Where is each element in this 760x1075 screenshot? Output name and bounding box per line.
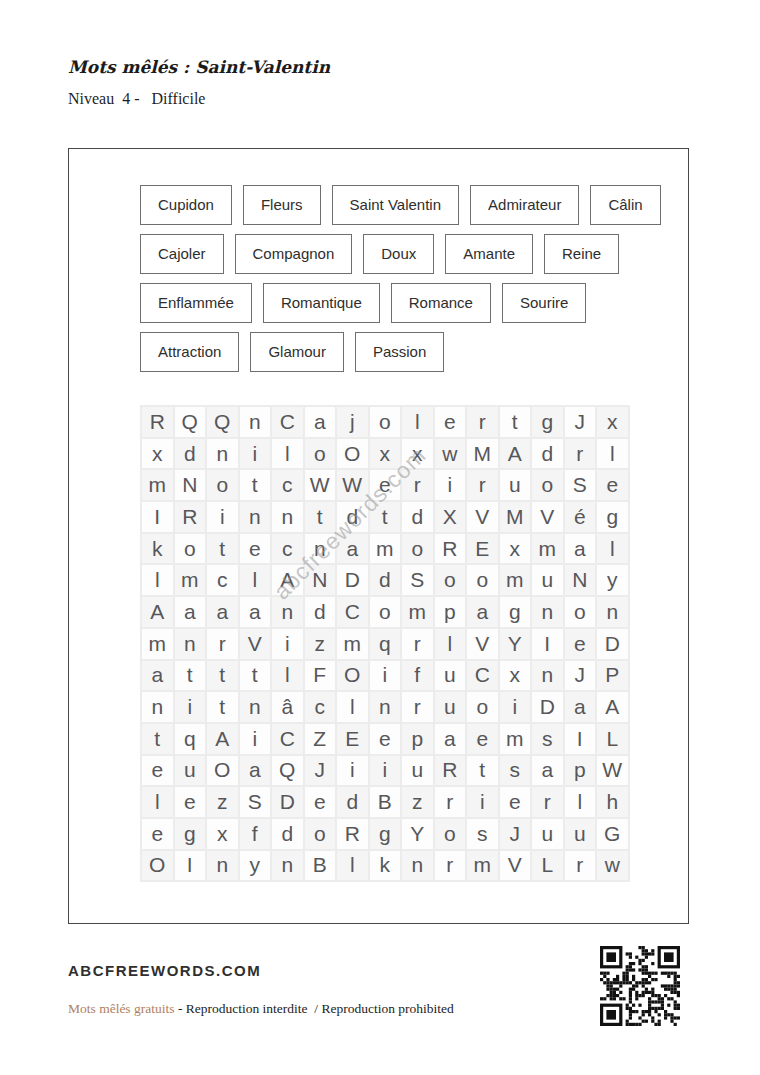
grid-cell: P bbox=[596, 660, 629, 692]
grid-cell: m bbox=[499, 723, 532, 755]
grid-cell: R bbox=[336, 818, 369, 850]
word-bank-row: CajolerCompagnonDouxAmanteReine bbox=[140, 234, 640, 274]
grid-cell: J bbox=[564, 660, 597, 692]
grid-cell: c bbox=[206, 564, 239, 596]
grid-cell: o bbox=[434, 818, 467, 850]
grid-cell: o bbox=[369, 596, 402, 628]
grid-cell: O bbox=[336, 438, 369, 470]
grid-cell: n bbox=[271, 501, 304, 533]
grid-cell: o bbox=[206, 469, 239, 501]
grid-cell: V bbox=[499, 850, 532, 882]
grid-cell: J bbox=[499, 818, 532, 850]
word-box: Cupidon bbox=[140, 185, 232, 225]
grid-cell: q bbox=[369, 628, 402, 660]
grid-cell: x bbox=[401, 438, 434, 470]
grid-cell: V bbox=[466, 628, 499, 660]
grid-cell: d bbox=[304, 596, 337, 628]
grid-cell: u bbox=[434, 691, 467, 723]
grid-cell: i bbox=[466, 786, 499, 818]
grid-cell: n bbox=[141, 691, 174, 723]
grid-cell: l bbox=[434, 628, 467, 660]
grid-cell: o bbox=[174, 533, 207, 565]
grid-cell: R bbox=[434, 755, 467, 787]
grid-cell: q bbox=[174, 723, 207, 755]
grid-cell: r bbox=[466, 469, 499, 501]
legal-line: Mots mêlés gratuits - Reproduction inter… bbox=[68, 1001, 454, 1017]
grid-cell: o bbox=[304, 438, 337, 470]
grid-cell: I bbox=[531, 628, 564, 660]
worksheet-page: Mots mêlés : Saint-Valentin Niveau 4 - D… bbox=[0, 0, 760, 1075]
grid-cell: G bbox=[596, 818, 629, 850]
grid-cell: O bbox=[336, 660, 369, 692]
grid-cell: o bbox=[304, 818, 337, 850]
word-box: Passion bbox=[355, 332, 444, 372]
grid-cell: y bbox=[239, 850, 272, 882]
grid-cell: d bbox=[174, 438, 207, 470]
grid-cell: D bbox=[336, 564, 369, 596]
grid-cell: A bbox=[271, 564, 304, 596]
grid-cell: s bbox=[466, 818, 499, 850]
grid-cell: F bbox=[304, 660, 337, 692]
grid-cell: m bbox=[141, 469, 174, 501]
grid-cell: D bbox=[271, 786, 304, 818]
grid-cell: n bbox=[369, 691, 402, 723]
grid-cell: r bbox=[434, 786, 467, 818]
grid-cell: m bbox=[466, 850, 499, 882]
grid-cell: t bbox=[304, 501, 337, 533]
grid-cell: L bbox=[531, 850, 564, 882]
grid-cell: a bbox=[564, 533, 597, 565]
grid-cell: n bbox=[271, 850, 304, 882]
grid-cell: l bbox=[336, 691, 369, 723]
grid-cell: e bbox=[141, 755, 174, 787]
grid-cell: W bbox=[596, 755, 629, 787]
grid-cell: a bbox=[531, 755, 564, 787]
word-bank-row: CupidonFleursSaint ValentinAdmirateurCâl… bbox=[140, 185, 640, 225]
grid-cell: o bbox=[369, 406, 402, 438]
grid-cell: f bbox=[401, 660, 434, 692]
grid-cell: a bbox=[206, 596, 239, 628]
grid-cell: a bbox=[239, 755, 272, 787]
puzzle-level: Niveau 4 - Difficile bbox=[68, 90, 205, 108]
grid-cell: l bbox=[239, 564, 272, 596]
grid-cell: x bbox=[141, 438, 174, 470]
grid-cell: z bbox=[401, 786, 434, 818]
grid-cell: l bbox=[141, 786, 174, 818]
grid-cell: n bbox=[239, 501, 272, 533]
grid-cell: s bbox=[499, 755, 532, 787]
grid-cell: p bbox=[564, 755, 597, 787]
grid-cell: n bbox=[206, 850, 239, 882]
word-box: Sourire bbox=[502, 283, 586, 323]
word-box: Cajoler bbox=[140, 234, 224, 274]
grid-cell: S bbox=[401, 564, 434, 596]
grid-cell: I bbox=[564, 723, 597, 755]
grid-cell: a bbox=[466, 596, 499, 628]
grid-cell: R bbox=[174, 501, 207, 533]
grid-cell: n bbox=[304, 533, 337, 565]
grid-cell: m bbox=[531, 533, 564, 565]
grid-cell: t bbox=[239, 660, 272, 692]
grid-cell: l bbox=[141, 564, 174, 596]
grid-cell: t bbox=[141, 723, 174, 755]
grid-cell: i bbox=[499, 691, 532, 723]
grid-cell: j bbox=[336, 406, 369, 438]
grid-cell: l bbox=[271, 438, 304, 470]
grid-cell: A bbox=[206, 723, 239, 755]
word-box: Attraction bbox=[140, 332, 239, 372]
grid-cell: I bbox=[141, 501, 174, 533]
grid-cell: V bbox=[531, 501, 564, 533]
grid-cell: x bbox=[499, 660, 532, 692]
grid-cell: n bbox=[271, 596, 304, 628]
grid-cell: y bbox=[596, 564, 629, 596]
grid-cell: â bbox=[271, 691, 304, 723]
grid-cell: s bbox=[531, 723, 564, 755]
grid-cell: g bbox=[174, 818, 207, 850]
puzzle-frame: CupidonFleursSaint ValentinAdmirateurCâl… bbox=[68, 148, 689, 924]
grid-cell: C bbox=[271, 723, 304, 755]
grid-cell: R bbox=[434, 533, 467, 565]
grid-cell: z bbox=[304, 628, 337, 660]
word-box: Romantique bbox=[263, 283, 380, 323]
grid-cell: t bbox=[499, 406, 532, 438]
grid-cell: i bbox=[206, 501, 239, 533]
word-search-grid: RQQnCajolertgJxxdniloOxxwMAdrlmNotcWWeri… bbox=[140, 405, 630, 882]
grid-cell: a bbox=[434, 723, 467, 755]
grid-cell: r bbox=[401, 628, 434, 660]
grid-cell: u bbox=[401, 755, 434, 787]
grid-cell: N bbox=[304, 564, 337, 596]
grid-cell: a bbox=[174, 596, 207, 628]
grid-cell: n bbox=[174, 628, 207, 660]
word-box: Romance bbox=[391, 283, 491, 323]
grid-cell: i bbox=[336, 755, 369, 787]
legal-accent-text: Mots mêlés gratuits bbox=[68, 1001, 175, 1016]
grid-cell: M bbox=[466, 438, 499, 470]
grid-cell: z bbox=[206, 786, 239, 818]
word-box: Fleurs bbox=[243, 185, 321, 225]
grid-cell: g bbox=[531, 406, 564, 438]
grid-cell: r bbox=[401, 469, 434, 501]
grid-cell: g bbox=[596, 501, 629, 533]
grid-cell: n bbox=[239, 691, 272, 723]
grid-cell: Q bbox=[206, 406, 239, 438]
grid-cell: N bbox=[174, 469, 207, 501]
grid-cell: i bbox=[271, 628, 304, 660]
grid-cell: l bbox=[401, 406, 434, 438]
grid-cell: Y bbox=[401, 818, 434, 850]
grid-cell: m bbox=[174, 564, 207, 596]
grid-cell: r bbox=[466, 406, 499, 438]
grid-cell: S bbox=[239, 786, 272, 818]
grid-cell: e bbox=[239, 533, 272, 565]
grid-cell: u bbox=[434, 660, 467, 692]
grid-cell: t bbox=[206, 533, 239, 565]
grid-cell: n bbox=[531, 660, 564, 692]
grid-cell: a bbox=[564, 691, 597, 723]
grid-cell: d bbox=[531, 438, 564, 470]
grid-cell: C bbox=[271, 406, 304, 438]
word-box: Amante bbox=[445, 234, 533, 274]
word-box: Câlin bbox=[590, 185, 660, 225]
grid-cell: c bbox=[304, 691, 337, 723]
grid-cell: u bbox=[531, 818, 564, 850]
grid-cell: e bbox=[369, 723, 402, 755]
grid-cell: o bbox=[466, 564, 499, 596]
grid-cell: i bbox=[239, 723, 272, 755]
word-box: Reine bbox=[544, 234, 619, 274]
qr-code bbox=[596, 942, 684, 1030]
grid-cell: A bbox=[499, 438, 532, 470]
grid-cell: t bbox=[174, 660, 207, 692]
grid-cell: i bbox=[174, 691, 207, 723]
grid-cell: n bbox=[531, 596, 564, 628]
grid-cell: x bbox=[596, 406, 629, 438]
grid-cell: r bbox=[206, 628, 239, 660]
grid-cell: D bbox=[596, 628, 629, 660]
grid-cell: r bbox=[564, 438, 597, 470]
word-box: Saint Valentin bbox=[332, 185, 459, 225]
grid-cell: u bbox=[531, 564, 564, 596]
grid-cell: a bbox=[239, 596, 272, 628]
grid-cell: w bbox=[596, 850, 629, 882]
grid-cell: t bbox=[206, 660, 239, 692]
grid-cell: n bbox=[239, 406, 272, 438]
grid-cell: d bbox=[336, 501, 369, 533]
grid-cell: O bbox=[141, 850, 174, 882]
grid-cell: l bbox=[596, 438, 629, 470]
grid-cell: n bbox=[596, 596, 629, 628]
grid-cell: x bbox=[369, 438, 402, 470]
grid-cell: I bbox=[174, 850, 207, 882]
grid-cell: B bbox=[304, 850, 337, 882]
grid-cell: Y bbox=[499, 628, 532, 660]
grid-cell: l bbox=[271, 660, 304, 692]
word-bank-row: AttractionGlamourPassion bbox=[140, 332, 640, 372]
grid-cell: r bbox=[434, 850, 467, 882]
grid-cell: t bbox=[369, 501, 402, 533]
grid-cell: é bbox=[564, 501, 597, 533]
grid-cell: m bbox=[499, 564, 532, 596]
grid-cell: i bbox=[369, 660, 402, 692]
grid-cell: o bbox=[531, 469, 564, 501]
grid-cell: n bbox=[401, 850, 434, 882]
grid-cell: x bbox=[499, 533, 532, 565]
word-box: Glamour bbox=[250, 332, 344, 372]
grid-cell: e bbox=[466, 723, 499, 755]
grid-cell: e bbox=[304, 786, 337, 818]
grid-cell: g bbox=[369, 818, 402, 850]
grid-cell: A bbox=[141, 596, 174, 628]
grid-cell: i bbox=[239, 438, 272, 470]
grid-cell: X bbox=[434, 501, 467, 533]
grid-cell: C bbox=[466, 660, 499, 692]
grid-cell: d bbox=[369, 564, 402, 596]
grid-cell: d bbox=[401, 501, 434, 533]
grid-cell: B bbox=[369, 786, 402, 818]
grid-cell: u bbox=[564, 818, 597, 850]
grid-cell: e bbox=[596, 469, 629, 501]
grid-cell: W bbox=[304, 469, 337, 501]
grid-cell: h bbox=[596, 786, 629, 818]
grid-cell: t bbox=[239, 469, 272, 501]
word-box: Compagnon bbox=[235, 234, 353, 274]
grid-area: abcfreewords.com RQQnCajolertgJxxdniloOx… bbox=[140, 405, 630, 882]
grid-cell: Q bbox=[174, 406, 207, 438]
grid-cell: u bbox=[499, 469, 532, 501]
grid-cell: g bbox=[499, 596, 532, 628]
grid-cell: e bbox=[499, 786, 532, 818]
puzzle-title: Mots mêlés : Saint-Valentin bbox=[68, 57, 330, 77]
grid-cell: p bbox=[434, 596, 467, 628]
grid-cell: l bbox=[564, 786, 597, 818]
grid-cell: E bbox=[336, 723, 369, 755]
grid-cell: S bbox=[564, 469, 597, 501]
grid-cell: e bbox=[174, 786, 207, 818]
grid-cell: o bbox=[401, 533, 434, 565]
grid-cell: o bbox=[434, 564, 467, 596]
grid-cell: C bbox=[336, 596, 369, 628]
grid-cell: e bbox=[369, 469, 402, 501]
grid-cell: i bbox=[434, 469, 467, 501]
word-bank: CupidonFleursSaint ValentinAdmirateurCâl… bbox=[140, 185, 640, 372]
grid-cell: f bbox=[239, 818, 272, 850]
grid-cell: r bbox=[531, 786, 564, 818]
grid-cell: V bbox=[239, 628, 272, 660]
grid-cell: r bbox=[564, 850, 597, 882]
grid-cell: Q bbox=[271, 755, 304, 787]
grid-cell: e bbox=[564, 628, 597, 660]
grid-cell: d bbox=[336, 786, 369, 818]
grid-cell: l bbox=[336, 850, 369, 882]
grid-cell: o bbox=[466, 691, 499, 723]
grid-cell: d bbox=[271, 818, 304, 850]
grid-cell: t bbox=[206, 691, 239, 723]
grid-cell: c bbox=[271, 469, 304, 501]
grid-cell: c bbox=[271, 533, 304, 565]
grid-cell: i bbox=[369, 755, 402, 787]
grid-cell: m bbox=[336, 628, 369, 660]
word-bank-row: EnflamméeRomantiqueRomanceSourire bbox=[140, 283, 640, 323]
grid-cell: x bbox=[206, 818, 239, 850]
grid-cell: N bbox=[564, 564, 597, 596]
legal-rest-text: - Reproduction interdite / Reproduction … bbox=[175, 1001, 454, 1016]
grid-cell: n bbox=[206, 438, 239, 470]
grid-cell: W bbox=[336, 469, 369, 501]
grid-cell: m bbox=[369, 533, 402, 565]
grid-cell: o bbox=[564, 596, 597, 628]
grid-cell: m bbox=[141, 628, 174, 660]
grid-cell: a bbox=[141, 660, 174, 692]
grid-cell: R bbox=[141, 406, 174, 438]
grid-cell: D bbox=[531, 691, 564, 723]
grid-cell: O bbox=[206, 755, 239, 787]
grid-cell: a bbox=[304, 406, 337, 438]
word-box: Enflammée bbox=[140, 283, 252, 323]
grid-cell: J bbox=[304, 755, 337, 787]
grid-cell: k bbox=[369, 850, 402, 882]
grid-cell: m bbox=[401, 596, 434, 628]
word-box: Doux bbox=[363, 234, 434, 274]
grid-cell: e bbox=[434, 406, 467, 438]
grid-cell: A bbox=[596, 691, 629, 723]
grid-cell: t bbox=[466, 755, 499, 787]
grid-cell: w bbox=[434, 438, 467, 470]
grid-cell: k bbox=[141, 533, 174, 565]
site-brand: ABCFREEWORDS.COM bbox=[68, 962, 261, 979]
grid-cell: p bbox=[401, 723, 434, 755]
grid-cell: L bbox=[596, 723, 629, 755]
grid-cell: E bbox=[466, 533, 499, 565]
grid-cell: u bbox=[174, 755, 207, 787]
grid-cell: l bbox=[596, 533, 629, 565]
word-box: Admirateur bbox=[470, 185, 579, 225]
grid-cell: M bbox=[499, 501, 532, 533]
grid-cell: V bbox=[466, 501, 499, 533]
grid-cell: e bbox=[141, 818, 174, 850]
grid-cell: J bbox=[564, 406, 597, 438]
grid-cell: r bbox=[401, 691, 434, 723]
grid-cell: a bbox=[336, 533, 369, 565]
grid-cell: Z bbox=[304, 723, 337, 755]
